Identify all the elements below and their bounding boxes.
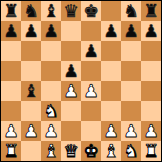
square-b6[interactable]	[21, 41, 41, 61]
white-rook-h1[interactable]: ♜	[143, 141, 159, 161]
square-e6[interactable]: ♟	[81, 41, 101, 61]
square-g4[interactable]	[121, 81, 141, 101]
black-pawn-h7[interactable]: ♟	[143, 21, 159, 41]
square-g3[interactable]	[121, 101, 141, 121]
black-pawn-c7[interactable]: ♟	[43, 21, 59, 41]
black-rook-a8[interactable]: ♜	[3, 1, 19, 21]
square-e1[interactable]: ♚	[81, 141, 101, 161]
square-b8[interactable]: ♞	[21, 1, 41, 21]
square-d4[interactable]: ♟	[61, 81, 81, 101]
square-a8[interactable]: ♜	[1, 1, 21, 21]
black-pawn-b7[interactable]: ♟	[23, 21, 39, 41]
white-pawn-b2[interactable]: ♟	[23, 121, 39, 141]
square-d3[interactable]	[61, 101, 81, 121]
square-b3[interactable]	[21, 101, 41, 121]
black-bishop-c8[interactable]: ♝	[43, 1, 59, 21]
square-h2[interactable]: ♟	[141, 121, 161, 141]
square-c5[interactable]	[41, 61, 61, 81]
square-d8[interactable]: ♛	[61, 1, 81, 21]
square-g7[interactable]: ♟	[121, 21, 141, 41]
square-h5[interactable]	[141, 61, 161, 81]
square-b7[interactable]: ♟	[21, 21, 41, 41]
square-b2[interactable]: ♟	[21, 121, 41, 141]
white-bishop-f1[interactable]: ♝	[103, 141, 119, 161]
square-e3[interactable]	[81, 101, 101, 121]
square-h1[interactable]: ♜	[141, 141, 161, 161]
square-d2[interactable]	[61, 121, 81, 141]
square-f2[interactable]: ♟	[101, 121, 121, 141]
square-b5[interactable]	[21, 61, 41, 81]
white-queen-d1[interactable]: ♛	[63, 141, 79, 161]
black-pawn-a7[interactable]: ♟	[3, 21, 19, 41]
square-d6[interactable]	[61, 41, 81, 61]
white-knight-g1[interactable]: ♞	[123, 141, 139, 161]
white-pawn-h2[interactable]: ♟	[143, 121, 159, 141]
square-e7[interactable]	[81, 21, 101, 41]
square-e5[interactable]	[81, 61, 101, 81]
square-b1[interactable]	[21, 141, 41, 161]
chess-board: ♜♞♝♛♚♞♜♟♟♟♟♟♟♟♟♝♟♟♞♟♟♟♟♟♟♜♝♛♚♝♞♜	[0, 0, 162, 162]
square-c8[interactable]: ♝	[41, 1, 61, 21]
black-pawn-f7[interactable]: ♟	[103, 21, 119, 41]
square-a4[interactable]	[1, 81, 21, 101]
white-pawn-c2[interactable]: ♟	[43, 121, 59, 141]
white-knight-c3[interactable]: ♞	[43, 101, 59, 121]
square-h3[interactable]	[141, 101, 161, 121]
white-pawn-d4[interactable]: ♟	[63, 81, 79, 101]
square-e8[interactable]: ♚	[81, 1, 101, 21]
square-g1[interactable]: ♞	[121, 141, 141, 161]
white-pawn-f2[interactable]: ♟	[103, 121, 119, 141]
square-c1[interactable]: ♝	[41, 141, 61, 161]
black-pawn-e6[interactable]: ♟	[83, 41, 99, 61]
square-a2[interactable]: ♟	[1, 121, 21, 141]
black-knight-b8[interactable]: ♞	[23, 1, 39, 21]
square-f4[interactable]	[101, 81, 121, 101]
square-f6[interactable]	[101, 41, 121, 61]
square-a1[interactable]: ♜	[1, 141, 21, 161]
square-f8[interactable]	[101, 1, 121, 21]
black-pawn-d5[interactable]: ♟	[63, 61, 79, 81]
white-pawn-e4[interactable]: ♟	[83, 81, 99, 101]
square-d5[interactable]: ♟	[61, 61, 81, 81]
white-king-e1[interactable]: ♚	[83, 141, 99, 161]
square-c2[interactable]: ♟	[41, 121, 61, 141]
square-c3[interactable]: ♞	[41, 101, 61, 121]
square-a6[interactable]	[1, 41, 21, 61]
black-bishop-b4[interactable]: ♝	[23, 81, 39, 101]
square-d7[interactable]	[61, 21, 81, 41]
square-c7[interactable]: ♟	[41, 21, 61, 41]
white-pawn-g2[interactable]: ♟	[123, 121, 139, 141]
square-a7[interactable]: ♟	[1, 21, 21, 41]
square-d1[interactable]: ♛	[61, 141, 81, 161]
square-e2[interactable]	[81, 121, 101, 141]
square-a5[interactable]	[1, 61, 21, 81]
white-bishop-c1[interactable]: ♝	[43, 141, 59, 161]
square-c4[interactable]	[41, 81, 61, 101]
square-e4[interactable]: ♟	[81, 81, 101, 101]
square-c6[interactable]	[41, 41, 61, 61]
black-king-e8[interactable]: ♚	[83, 1, 99, 21]
square-f7[interactable]: ♟	[101, 21, 121, 41]
square-h7[interactable]: ♟	[141, 21, 161, 41]
square-f3[interactable]	[101, 101, 121, 121]
square-g6[interactable]	[121, 41, 141, 61]
black-queen-d8[interactable]: ♛	[63, 1, 79, 21]
black-pawn-g7[interactable]: ♟	[123, 21, 139, 41]
chess-board-grid: ♜♞♝♛♚♞♜♟♟♟♟♟♟♟♟♝♟♟♞♟♟♟♟♟♟♜♝♛♚♝♞♜	[1, 1, 161, 161]
black-knight-g8[interactable]: ♞	[123, 1, 139, 21]
white-rook-a1[interactable]: ♜	[3, 141, 19, 161]
square-f1[interactable]: ♝	[101, 141, 121, 161]
white-pawn-a2[interactable]: ♟	[3, 121, 19, 141]
square-b4[interactable]: ♝	[21, 81, 41, 101]
black-rook-h8[interactable]: ♜	[143, 1, 159, 21]
square-f5[interactable]	[101, 61, 121, 81]
square-g8[interactable]: ♞	[121, 1, 141, 21]
square-g2[interactable]: ♟	[121, 121, 141, 141]
square-h8[interactable]: ♜	[141, 1, 161, 21]
square-h6[interactable]	[141, 41, 161, 61]
square-h4[interactable]	[141, 81, 161, 101]
square-a3[interactable]	[1, 101, 21, 121]
square-g5[interactable]	[121, 61, 141, 81]
